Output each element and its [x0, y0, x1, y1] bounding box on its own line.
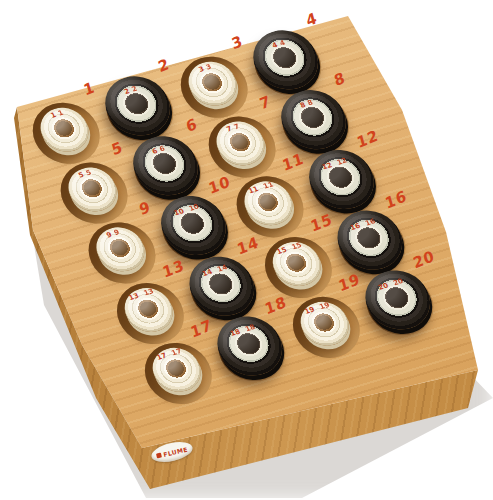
brand-label: FLUME [163, 445, 189, 457]
ring-number-label: 5 [78, 172, 86, 180]
ring-number-label: 4 [271, 42, 279, 50]
ring-number-label: 6 [159, 146, 167, 154]
ring-number-label: 19 [304, 306, 316, 315]
ring-number-label: 17 [156, 352, 168, 361]
black-ring-piece: 44 [243, 23, 328, 98]
ring-number-label: 10 [173, 209, 185, 218]
ring-number-label: 3 [198, 66, 206, 74]
ring-number-label: 12 [336, 158, 348, 167]
ring-number-label: 1 [50, 112, 58, 120]
ring-number-label: 18 [229, 329, 241, 338]
ring-number-label: 15 [276, 246, 288, 255]
brand-logo-icon [156, 452, 162, 458]
ring-number-label: 3 [205, 64, 213, 72]
ring-number-label: 17 [171, 348, 183, 357]
ring-number-label: 14 [201, 269, 213, 278]
ring-number-label: 12 [321, 163, 333, 172]
ring-number-label: 11 [248, 186, 260, 195]
ring-number-label: 5 [85, 170, 93, 178]
ring-number-label: 2 [123, 88, 131, 96]
ring-number-label: 9 [106, 232, 114, 240]
ring-number-label: 4 [279, 40, 287, 48]
ring-number-label: 2 [131, 86, 139, 94]
ring-number-label: 20 [392, 278, 404, 287]
ring-number-label: 13 [143, 288, 155, 297]
ring-number-label: 18 [244, 324, 256, 333]
ring-number-label: 8 [307, 100, 315, 108]
ring-number-label: 13 [128, 292, 140, 301]
product-photo-stage: 1112223334445556667778889991010101111111… [0, 0, 493, 500]
ring-number-label: 1 [57, 110, 65, 118]
ring-number-label: 20 [377, 283, 389, 292]
ring-number-label: 16 [349, 223, 361, 232]
ring-number-label: 11 [263, 182, 275, 191]
ring-number-label: 15 [291, 242, 303, 251]
ring-number-label: 9 [113, 230, 121, 238]
ring-number-label: 19 [319, 302, 331, 311]
ring-number-label: 7 [233, 124, 241, 132]
ring-number-label: 6 [151, 148, 159, 156]
ring-number-label: 7 [226, 126, 234, 134]
ring-number-label: 8 [299, 102, 307, 110]
ring-number-label: 16 [364, 218, 376, 227]
ring-number-label: 14 [216, 264, 228, 273]
ring-number-label: 10 [188, 204, 200, 213]
